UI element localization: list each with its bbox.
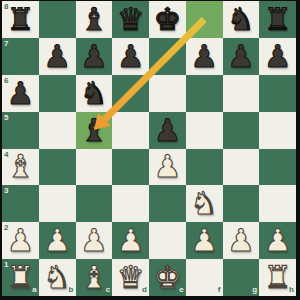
- square-e6[interactable]: [149, 75, 186, 112]
- chess-board: 8♜♝♛♚♞♜7♟♟♟♟♟♟6♟♞5♝♟4♝♟3♞2♟♟♟♟♟♟♟1a♜b♞c♝…: [2, 1, 296, 296]
- piece-white-pawn[interactable]: ♟: [227, 225, 255, 256]
- square-g8[interactable]: ♞: [223, 1, 260, 38]
- square-h3[interactable]: [259, 185, 296, 222]
- square-f5[interactable]: [186, 112, 223, 149]
- square-f4[interactable]: [186, 149, 223, 186]
- square-b5[interactable]: [39, 112, 76, 149]
- square-g1[interactable]: g: [223, 259, 260, 296]
- square-g5[interactable]: [223, 112, 260, 149]
- square-a6[interactable]: 6♟: [2, 75, 39, 112]
- square-a1[interactable]: 1a♜: [2, 259, 39, 296]
- square-e3[interactable]: [149, 185, 186, 222]
- piece-white-rook[interactable]: ♜: [6, 262, 34, 293]
- square-c2[interactable]: ♟: [76, 222, 113, 259]
- piece-black-pawn[interactable]: ♟: [6, 78, 34, 109]
- square-d8[interactable]: ♛: [112, 1, 149, 38]
- square-d6[interactable]: [112, 75, 149, 112]
- square-c7[interactable]: ♟: [76, 38, 113, 75]
- square-f2[interactable]: ♟: [186, 222, 223, 259]
- square-d3[interactable]: [112, 185, 149, 222]
- piece-black-knight[interactable]: ♞: [80, 78, 108, 109]
- square-b8[interactable]: [39, 1, 76, 38]
- square-b7[interactable]: ♟: [39, 38, 76, 75]
- square-c4[interactable]: [76, 149, 113, 186]
- square-b3[interactable]: [39, 185, 76, 222]
- square-h5[interactable]: [259, 112, 296, 149]
- piece-white-bishop[interactable]: ♝: [80, 262, 108, 293]
- square-c6[interactable]: ♞: [76, 75, 113, 112]
- piece-white-pawn[interactable]: ♟: [190, 225, 218, 256]
- square-c8[interactable]: ♝: [76, 1, 113, 38]
- square-a7[interactable]: 7: [2, 38, 39, 75]
- square-c5[interactable]: ♝: [76, 112, 113, 149]
- square-h1[interactable]: h♜: [259, 259, 296, 296]
- square-h6[interactable]: [259, 75, 296, 112]
- piece-white-knight[interactable]: ♞: [190, 188, 218, 219]
- square-h4[interactable]: [259, 149, 296, 186]
- file-label-f: f: [218, 286, 221, 294]
- piece-black-bishop[interactable]: ♝: [80, 4, 108, 35]
- square-a4[interactable]: 4♝: [2, 149, 39, 186]
- square-e4[interactable]: ♟: [149, 149, 186, 186]
- square-h7[interactable]: ♟: [259, 38, 296, 75]
- piece-black-queen[interactable]: ♛: [117, 4, 145, 35]
- piece-white-rook[interactable]: ♜: [264, 262, 292, 293]
- piece-white-queen[interactable]: ♛: [117, 262, 145, 293]
- square-a8[interactable]: 8♜: [2, 1, 39, 38]
- square-d1[interactable]: d♛: [112, 259, 149, 296]
- piece-black-knight[interactable]: ♞: [227, 4, 255, 35]
- piece-white-pawn[interactable]: ♟: [6, 225, 34, 256]
- square-e7[interactable]: [149, 38, 186, 75]
- piece-black-rook[interactable]: ♜: [264, 4, 292, 35]
- square-h8[interactable]: ♜: [259, 1, 296, 38]
- piece-white-pawn[interactable]: ♟: [43, 225, 71, 256]
- chess-board-frame: 8♜♝♛♚♞♜7♟♟♟♟♟♟6♟♞5♝♟4♝♟3♞2♟♟♟♟♟♟♟1a♜b♞c♝…: [0, 0, 300, 300]
- piece-black-pawn[interactable]: ♟: [153, 115, 181, 146]
- square-e5[interactable]: ♟: [149, 112, 186, 149]
- piece-white-knight[interactable]: ♞: [43, 262, 71, 293]
- square-a5[interactable]: 5: [2, 112, 39, 149]
- square-d5[interactable]: [112, 112, 149, 149]
- piece-black-pawn[interactable]: ♟: [227, 41, 255, 72]
- rank-label-5: 5: [4, 114, 8, 122]
- square-f1[interactable]: f: [186, 259, 223, 296]
- square-f8[interactable]: [186, 1, 223, 38]
- square-c1[interactable]: c♝: [76, 259, 113, 296]
- square-e2[interactable]: [149, 222, 186, 259]
- square-f6[interactable]: [186, 75, 223, 112]
- piece-black-pawn[interactable]: ♟: [190, 41, 218, 72]
- piece-white-king[interactable]: ♚: [153, 262, 181, 293]
- piece-white-pawn[interactable]: ♟: [153, 151, 181, 182]
- square-g7[interactable]: ♟: [223, 38, 260, 75]
- square-a3[interactable]: 3: [2, 185, 39, 222]
- square-h2[interactable]: ♟: [259, 222, 296, 259]
- piece-white-pawn[interactable]: ♟: [264, 225, 292, 256]
- square-g2[interactable]: ♟: [223, 222, 260, 259]
- square-e1[interactable]: e♚: [149, 259, 186, 296]
- piece-black-pawn[interactable]: ♟: [43, 41, 71, 72]
- square-f3[interactable]: ♞: [186, 185, 223, 222]
- piece-black-pawn[interactable]: ♟: [80, 41, 108, 72]
- square-d4[interactable]: [112, 149, 149, 186]
- piece-black-pawn[interactable]: ♟: [264, 41, 292, 72]
- rank-label-3: 3: [4, 187, 8, 195]
- square-b4[interactable]: [39, 149, 76, 186]
- piece-white-pawn[interactable]: ♟: [80, 225, 108, 256]
- piece-black-bishop[interactable]: ♝: [80, 115, 108, 146]
- square-c3[interactable]: [76, 185, 113, 222]
- square-d7[interactable]: ♟: [112, 38, 149, 75]
- square-g3[interactable]: [223, 185, 260, 222]
- piece-black-pawn[interactable]: ♟: [117, 41, 145, 72]
- square-b6[interactable]: [39, 75, 76, 112]
- square-e8[interactable]: ♚: [149, 1, 186, 38]
- file-label-g: g: [252, 286, 257, 294]
- square-b1[interactable]: b♞: [39, 259, 76, 296]
- square-d2[interactable]: ♟: [112, 222, 149, 259]
- piece-black-rook[interactable]: ♜: [6, 4, 34, 35]
- square-a2[interactable]: 2♟: [2, 222, 39, 259]
- square-g4[interactable]: [223, 149, 260, 186]
- square-g6[interactable]: [223, 75, 260, 112]
- piece-white-bishop[interactable]: ♝: [6, 151, 34, 182]
- square-b2[interactable]: ♟: [39, 222, 76, 259]
- piece-white-pawn[interactable]: ♟: [117, 225, 145, 256]
- square-f7[interactable]: ♟: [186, 38, 223, 75]
- piece-black-king[interactable]: ♚: [153, 4, 181, 35]
- rank-label-7: 7: [4, 40, 8, 48]
